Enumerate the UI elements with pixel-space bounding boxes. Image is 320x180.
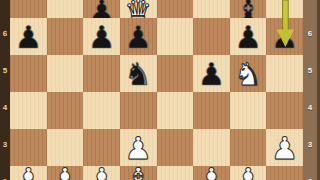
rank-row-4 bbox=[10, 92, 303, 129]
square-h5[interactable] bbox=[266, 55, 303, 92]
square-b3[interactable] bbox=[47, 129, 84, 166]
white-knight[interactable]: ♞ bbox=[230, 58, 267, 89]
square-d2[interactable]: ♝ bbox=[120, 166, 157, 180]
black-pawn[interactable]: ♟ bbox=[83, 0, 120, 18]
square-d7[interactable]: ♛ bbox=[120, 0, 157, 18]
square-b5[interactable] bbox=[47, 55, 84, 92]
square-c3[interactable] bbox=[83, 129, 120, 166]
rank-label-left-6: 6 bbox=[0, 29, 10, 38]
chess-board-frame: 765432 ♟♛♝♟♟♟♟♟♞♟♞♟♟♟♟♟♝♟♟ 765432 bbox=[0, 0, 320, 180]
rank-row-2: ♟♟♟♝♟♟ bbox=[10, 166, 303, 180]
square-f5[interactable]: ♟ bbox=[193, 55, 230, 92]
square-c6[interactable]: ♟ bbox=[83, 18, 120, 55]
rank-label-left-3: 3 bbox=[0, 140, 10, 149]
square-a2[interactable]: ♟ bbox=[10, 166, 47, 180]
rank-label-left-2: 2 bbox=[0, 177, 10, 180]
square-a3[interactable] bbox=[10, 129, 47, 166]
square-h4[interactable] bbox=[266, 92, 303, 129]
rank-label-right-5: 5 bbox=[303, 66, 317, 75]
square-f4[interactable] bbox=[193, 92, 230, 129]
square-g4[interactable] bbox=[230, 92, 267, 129]
square-d6[interactable]: ♟ bbox=[120, 18, 157, 55]
square-b4[interactable] bbox=[47, 92, 84, 129]
white-pawn[interactable]: ♟ bbox=[10, 166, 47, 180]
rank-row-6: ♟♟♟♟♟ bbox=[10, 18, 303, 55]
square-a4[interactable] bbox=[10, 92, 47, 129]
rank-label-left-5: 5 bbox=[0, 66, 10, 75]
rank-row-5: ♞♟♞ bbox=[10, 55, 303, 92]
rank-labels-left: 765432 bbox=[0, 0, 10, 180]
rank-labels-right: 765432 bbox=[303, 0, 320, 180]
rank-label-right-6: 6 bbox=[303, 29, 317, 38]
square-f7[interactable] bbox=[193, 0, 230, 18]
square-h7[interactable] bbox=[266, 0, 303, 18]
square-d4[interactable] bbox=[120, 92, 157, 129]
rank-label-right-3: 3 bbox=[303, 140, 317, 149]
square-c4[interactable] bbox=[83, 92, 120, 129]
black-pawn[interactable]: ♟ bbox=[230, 21, 267, 52]
rank-label-left-7: 7 bbox=[0, 0, 10, 1]
square-g6[interactable]: ♟ bbox=[230, 18, 267, 55]
square-f2[interactable]: ♟ bbox=[193, 166, 230, 180]
square-g7[interactable]: ♝ bbox=[230, 0, 267, 18]
square-c7[interactable]: ♟ bbox=[83, 0, 120, 18]
rank-label-right-7: 7 bbox=[303, 0, 317, 1]
rank-label-right-2: 2 bbox=[303, 177, 317, 180]
white-pawn[interactable]: ♟ bbox=[230, 166, 267, 180]
black-pawn[interactable]: ♟ bbox=[120, 21, 157, 52]
square-a5[interactable] bbox=[10, 55, 47, 92]
white-pawn[interactable]: ♟ bbox=[193, 166, 230, 180]
square-e5[interactable] bbox=[157, 55, 194, 92]
black-pawn[interactable]: ♟ bbox=[10, 21, 47, 52]
square-g2[interactable]: ♟ bbox=[230, 166, 267, 180]
square-g5[interactable]: ♞ bbox=[230, 55, 267, 92]
square-a6[interactable]: ♟ bbox=[10, 18, 47, 55]
square-h6[interactable]: ♟ bbox=[266, 18, 303, 55]
white-pawn[interactable]: ♟ bbox=[83, 166, 120, 180]
white-pawn[interactable]: ♟ bbox=[120, 132, 157, 163]
white-bishop[interactable]: ♝ bbox=[120, 166, 157, 180]
square-h2[interactable] bbox=[266, 166, 303, 180]
white-pawn[interactable]: ♟ bbox=[47, 166, 84, 180]
square-d5[interactable]: ♞ bbox=[120, 55, 157, 92]
square-e6[interactable] bbox=[157, 18, 194, 55]
square-b7[interactable] bbox=[47, 0, 84, 18]
square-d3[interactable]: ♟ bbox=[120, 129, 157, 166]
chess-board: ♟♛♝♟♟♟♟♟♞♟♞♟♟♟♟♟♝♟♟ bbox=[10, 0, 303, 180]
black-knight[interactable]: ♞ bbox=[120, 58, 157, 89]
black-pawn[interactable]: ♟ bbox=[193, 58, 230, 89]
square-e7[interactable] bbox=[157, 0, 194, 18]
square-c2[interactable]: ♟ bbox=[83, 166, 120, 180]
square-c5[interactable] bbox=[83, 55, 120, 92]
rank-row-7: ♟♛♝ bbox=[10, 0, 303, 18]
square-e4[interactable] bbox=[157, 92, 194, 129]
black-pawn[interactable]: ♟ bbox=[266, 21, 303, 52]
rank-label-left-4: 4 bbox=[0, 103, 10, 112]
square-g3[interactable] bbox=[230, 129, 267, 166]
square-f3[interactable] bbox=[193, 129, 230, 166]
white-queen[interactable]: ♛ bbox=[120, 0, 157, 18]
rank-label-right-4: 4 bbox=[303, 103, 317, 112]
square-b2[interactable]: ♟ bbox=[47, 166, 84, 180]
white-pawn[interactable]: ♟ bbox=[266, 132, 303, 163]
square-h3[interactable]: ♟ bbox=[266, 129, 303, 166]
black-bishop[interactable]: ♝ bbox=[230, 0, 267, 18]
rank-row-3: ♟♟ bbox=[10, 129, 303, 166]
square-a7[interactable] bbox=[10, 0, 47, 18]
square-f6[interactable] bbox=[193, 18, 230, 55]
square-e2[interactable] bbox=[157, 166, 194, 180]
square-e3[interactable] bbox=[157, 129, 194, 166]
square-b6[interactable] bbox=[47, 18, 84, 55]
black-pawn[interactable]: ♟ bbox=[83, 21, 120, 52]
